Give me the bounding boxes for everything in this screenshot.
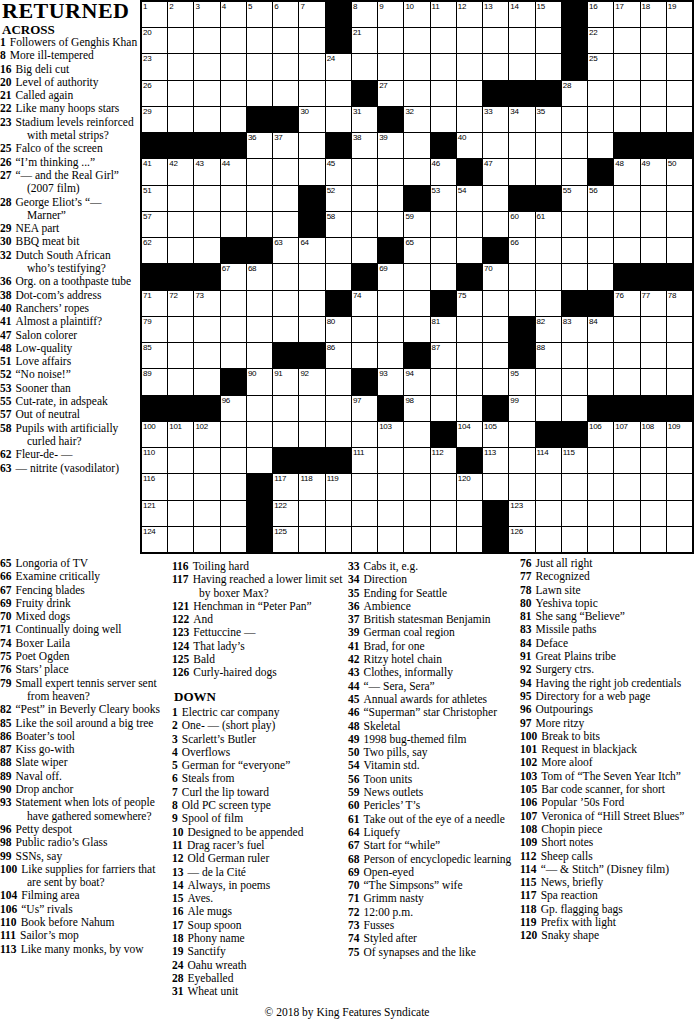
grid-cell[interactable] bbox=[614, 527, 639, 552]
grid-cell[interactable] bbox=[536, 291, 561, 316]
grid-cell[interactable] bbox=[509, 159, 534, 184]
grid-cell[interactable] bbox=[667, 28, 692, 53]
grid-cell[interactable] bbox=[588, 501, 613, 526]
grid-cell[interactable]: 38 bbox=[352, 133, 377, 158]
grid-cell[interactable]: 47 bbox=[483, 159, 508, 184]
grid-cell[interactable]: 11 bbox=[431, 2, 456, 27]
grid-cell[interactable] bbox=[667, 317, 692, 342]
grid-cell[interactable] bbox=[614, 369, 639, 394]
grid-cell[interactable] bbox=[614, 186, 639, 211]
grid-cell[interactable]: 57 bbox=[142, 212, 167, 237]
grid-cell[interactable]: 126 bbox=[509, 527, 534, 552]
grid-cell[interactable]: 93 bbox=[378, 369, 403, 394]
grid-cell[interactable] bbox=[431, 527, 456, 552]
grid-cell[interactable] bbox=[273, 159, 298, 184]
grid-cell[interactable] bbox=[457, 317, 482, 342]
grid-cell[interactable] bbox=[431, 107, 456, 132]
grid-cell[interactable] bbox=[509, 133, 534, 158]
grid-cell[interactable] bbox=[641, 238, 666, 263]
grid-cell[interactable] bbox=[168, 501, 193, 526]
grid-cell[interactable] bbox=[221, 107, 246, 132]
grid-cell[interactable] bbox=[614, 501, 639, 526]
grid-cell[interactable]: 65 bbox=[404, 238, 429, 263]
grid-cell[interactable] bbox=[562, 107, 587, 132]
grid-cell[interactable]: 9 bbox=[378, 2, 403, 27]
grid-cell[interactable] bbox=[614, 212, 639, 237]
grid-cell[interactable]: 60 bbox=[509, 212, 534, 237]
grid-cell[interactable] bbox=[299, 133, 324, 158]
grid-cell[interactable]: 121 bbox=[142, 501, 167, 526]
grid-cell[interactable]: 125 bbox=[273, 527, 298, 552]
grid-cell[interactable] bbox=[431, 501, 456, 526]
grid-cell[interactable] bbox=[667, 107, 692, 132]
grid-cell[interactable]: 97 bbox=[352, 396, 377, 421]
grid-cell[interactable] bbox=[614, 474, 639, 499]
grid-cell[interactable] bbox=[536, 396, 561, 421]
grid-cell[interactable] bbox=[326, 264, 351, 289]
grid-cell[interactable] bbox=[378, 186, 403, 211]
grid-cell[interactable]: 81 bbox=[431, 317, 456, 342]
grid-cell[interactable]: 62 bbox=[142, 238, 167, 263]
grid-cell[interactable] bbox=[588, 212, 613, 237]
grid-cell[interactable] bbox=[273, 422, 298, 447]
grid-cell[interactable] bbox=[509, 54, 534, 79]
grid-cell[interactable] bbox=[641, 448, 666, 473]
grid-cell[interactable] bbox=[404, 291, 429, 316]
grid-cell[interactable] bbox=[588, 343, 613, 368]
grid-cell[interactable] bbox=[168, 28, 193, 53]
grid-cell[interactable] bbox=[194, 186, 219, 211]
grid-cell[interactable] bbox=[378, 343, 403, 368]
grid-cell[interactable] bbox=[562, 238, 587, 263]
grid-cell[interactable] bbox=[457, 396, 482, 421]
grid-cell[interactable]: 70 bbox=[483, 264, 508, 289]
grid-cell[interactable] bbox=[562, 396, 587, 421]
grid-cell[interactable] bbox=[641, 343, 666, 368]
grid-cell[interactable]: 34 bbox=[509, 107, 534, 132]
grid-cell[interactable]: 91 bbox=[273, 369, 298, 394]
grid-cell[interactable] bbox=[483, 343, 508, 368]
grid-cell[interactable]: 117 bbox=[273, 474, 298, 499]
grid-cell[interactable] bbox=[168, 107, 193, 132]
grid-cell[interactable]: 29 bbox=[142, 107, 167, 132]
grid-cell[interactable] bbox=[641, 501, 666, 526]
grid-cell[interactable]: 2 bbox=[168, 2, 193, 27]
grid-cell[interactable] bbox=[431, 54, 456, 79]
grid-cell[interactable] bbox=[614, 54, 639, 79]
grid-cell[interactable]: 4 bbox=[221, 2, 246, 27]
grid-cell[interactable] bbox=[352, 159, 377, 184]
grid-cell[interactable]: 67 bbox=[221, 264, 246, 289]
grid-cell[interactable]: 90 bbox=[247, 369, 272, 394]
grid-cell[interactable]: 103 bbox=[378, 422, 403, 447]
grid-cell[interactable] bbox=[483, 54, 508, 79]
grid-cell[interactable]: 119 bbox=[326, 474, 351, 499]
grid-cell[interactable]: 69 bbox=[378, 264, 403, 289]
grid-cell[interactable] bbox=[378, 212, 403, 237]
grid-cell[interactable] bbox=[273, 291, 298, 316]
grid-cell[interactable] bbox=[273, 317, 298, 342]
grid-cell[interactable] bbox=[247, 28, 272, 53]
grid-cell[interactable]: 20 bbox=[142, 28, 167, 53]
grid-cell[interactable]: 50 bbox=[667, 159, 692, 184]
grid-cell[interactable] bbox=[352, 422, 377, 447]
grid-cell[interactable] bbox=[247, 448, 272, 473]
grid-cell[interactable] bbox=[273, 28, 298, 53]
grid-cell[interactable]: 88 bbox=[536, 343, 561, 368]
grid-cell[interactable] bbox=[457, 369, 482, 394]
grid-cell[interactable] bbox=[588, 133, 613, 158]
grid-cell[interactable] bbox=[614, 343, 639, 368]
grid-cell[interactable]: 16 bbox=[588, 2, 613, 27]
grid-cell[interactable] bbox=[588, 238, 613, 263]
grid-cell[interactable]: 109 bbox=[667, 422, 692, 447]
grid-cell[interactable] bbox=[299, 159, 324, 184]
grid-cell[interactable] bbox=[404, 133, 429, 158]
grid-cell[interactable] bbox=[536, 28, 561, 53]
grid-cell[interactable]: 49 bbox=[641, 159, 666, 184]
grid-cell[interactable] bbox=[641, 212, 666, 237]
grid-cell[interactable] bbox=[194, 317, 219, 342]
grid-cell[interactable] bbox=[221, 317, 246, 342]
grid-cell[interactable] bbox=[194, 81, 219, 106]
grid-cell[interactable] bbox=[509, 264, 534, 289]
grid-cell[interactable] bbox=[641, 186, 666, 211]
grid-cell[interactable]: 36 bbox=[247, 133, 272, 158]
grid-cell[interactable] bbox=[221, 54, 246, 79]
grid-cell[interactable] bbox=[299, 291, 324, 316]
grid-cell[interactable]: 63 bbox=[273, 238, 298, 263]
grid-cell[interactable] bbox=[562, 369, 587, 394]
grid-cell[interactable] bbox=[562, 474, 587, 499]
grid-cell[interactable] bbox=[247, 212, 272, 237]
grid-cell[interactable]: 77 bbox=[641, 291, 666, 316]
grid-cell[interactable] bbox=[588, 474, 613, 499]
grid-cell[interactable] bbox=[194, 527, 219, 552]
grid-cell[interactable] bbox=[168, 448, 193, 473]
grid-cell[interactable] bbox=[194, 28, 219, 53]
grid-cell[interactable] bbox=[667, 54, 692, 79]
grid-cell[interactable] bbox=[247, 54, 272, 79]
grid-cell[interactable] bbox=[483, 291, 508, 316]
grid-cell[interactable] bbox=[457, 54, 482, 79]
grid-cell[interactable] bbox=[536, 474, 561, 499]
grid-cell[interactable] bbox=[247, 159, 272, 184]
grid-cell[interactable] bbox=[614, 81, 639, 106]
grid-cell[interactable]: 27 bbox=[378, 81, 403, 106]
grid-cell[interactable]: 8 bbox=[352, 2, 377, 27]
grid-cell[interactable] bbox=[326, 107, 351, 132]
grid-cell[interactable]: 58 bbox=[326, 212, 351, 237]
grid-cell[interactable] bbox=[194, 54, 219, 79]
grid-cell[interactable] bbox=[221, 212, 246, 237]
grid-cell[interactable] bbox=[352, 317, 377, 342]
grid-cell[interactable] bbox=[562, 264, 587, 289]
grid-cell[interactable] bbox=[221, 501, 246, 526]
grid-cell[interactable] bbox=[247, 186, 272, 211]
grid-cell[interactable] bbox=[588, 81, 613, 106]
grid-cell[interactable] bbox=[483, 474, 508, 499]
grid-cell[interactable] bbox=[168, 212, 193, 237]
grid-cell[interactable] bbox=[299, 81, 324, 106]
grid-cell[interactable] bbox=[667, 369, 692, 394]
grid-cell[interactable]: 39 bbox=[378, 133, 403, 158]
grid-cell[interactable] bbox=[457, 81, 482, 106]
grid-cell[interactable] bbox=[404, 264, 429, 289]
grid-cell[interactable]: 72 bbox=[168, 291, 193, 316]
grid-cell[interactable] bbox=[247, 343, 272, 368]
grid-cell[interactable]: 41 bbox=[142, 159, 167, 184]
grid-cell[interactable] bbox=[168, 343, 193, 368]
grid-cell[interactable] bbox=[378, 54, 403, 79]
grid-cell[interactable] bbox=[614, 317, 639, 342]
grid-cell[interactable] bbox=[168, 527, 193, 552]
grid-cell[interactable] bbox=[431, 212, 456, 237]
grid-cell[interactable] bbox=[667, 212, 692, 237]
grid-cell[interactable]: 48 bbox=[614, 159, 639, 184]
grid-cell[interactable] bbox=[378, 501, 403, 526]
grid-cell[interactable] bbox=[483, 28, 508, 53]
grid-cell[interactable] bbox=[352, 474, 377, 499]
grid-cell[interactable] bbox=[221, 186, 246, 211]
grid-cell[interactable] bbox=[168, 81, 193, 106]
grid-cell[interactable]: 10 bbox=[404, 2, 429, 27]
grid-cell[interactable] bbox=[457, 107, 482, 132]
grid-cell[interactable]: 120 bbox=[457, 474, 482, 499]
grid-cell[interactable]: 74 bbox=[352, 291, 377, 316]
grid-cell[interactable] bbox=[404, 474, 429, 499]
grid-cell[interactable] bbox=[536, 238, 561, 263]
grid-cell[interactable] bbox=[667, 501, 692, 526]
grid-cell[interactable]: 32 bbox=[404, 107, 429, 132]
grid-cell[interactable] bbox=[352, 343, 377, 368]
grid-cell[interactable] bbox=[536, 501, 561, 526]
grid-cell[interactable]: 28 bbox=[562, 81, 587, 106]
grid-cell[interactable] bbox=[378, 28, 403, 53]
grid-cell[interactable] bbox=[641, 527, 666, 552]
grid-cell[interactable] bbox=[378, 448, 403, 473]
grid-cell[interactable]: 14 bbox=[509, 2, 534, 27]
grid-cell[interactable] bbox=[509, 422, 534, 447]
grid-cell[interactable] bbox=[483, 186, 508, 211]
grid-cell[interactable] bbox=[404, 422, 429, 447]
grid-cell[interactable] bbox=[562, 343, 587, 368]
grid-cell[interactable]: 56 bbox=[588, 186, 613, 211]
grid-cell[interactable] bbox=[667, 448, 692, 473]
grid-cell[interactable] bbox=[194, 448, 219, 473]
grid-cell[interactable] bbox=[247, 291, 272, 316]
grid-cell[interactable] bbox=[194, 212, 219, 237]
grid-cell[interactable]: 71 bbox=[142, 291, 167, 316]
grid-cell[interactable]: 76 bbox=[614, 291, 639, 316]
grid-cell[interactable]: 96 bbox=[221, 396, 246, 421]
grid-cell[interactable] bbox=[326, 238, 351, 263]
grid-cell[interactable] bbox=[299, 54, 324, 79]
grid-cell[interactable] bbox=[273, 186, 298, 211]
grid-cell[interactable]: 42 bbox=[168, 159, 193, 184]
grid-cell[interactable] bbox=[247, 422, 272, 447]
grid-cell[interactable]: 59 bbox=[404, 212, 429, 237]
grid-cell[interactable] bbox=[457, 238, 482, 263]
grid-cell[interactable] bbox=[457, 212, 482, 237]
grid-cell[interactable] bbox=[378, 159, 403, 184]
grid-cell[interactable] bbox=[457, 343, 482, 368]
grid-cell[interactable] bbox=[299, 396, 324, 421]
grid-cell[interactable] bbox=[221, 81, 246, 106]
grid-cell[interactable] bbox=[273, 396, 298, 421]
grid-cell[interactable] bbox=[273, 212, 298, 237]
grid-cell[interactable] bbox=[509, 448, 534, 473]
grid-cell[interactable] bbox=[641, 317, 666, 342]
grid-cell[interactable] bbox=[667, 343, 692, 368]
grid-cell[interactable] bbox=[431, 396, 456, 421]
grid-cell[interactable]: 24 bbox=[326, 54, 351, 79]
grid-cell[interactable]: 5 bbox=[247, 2, 272, 27]
grid-cell[interactable] bbox=[457, 501, 482, 526]
grid-cell[interactable] bbox=[168, 54, 193, 79]
grid-cell[interactable] bbox=[483, 317, 508, 342]
grid-cell[interactable] bbox=[194, 369, 219, 394]
grid-cell[interactable] bbox=[221, 448, 246, 473]
grid-cell[interactable]: 17 bbox=[614, 2, 639, 27]
grid-cell[interactable]: 113 bbox=[483, 448, 508, 473]
grid-cell[interactable]: 87 bbox=[431, 343, 456, 368]
grid-cell[interactable] bbox=[483, 133, 508, 158]
grid-cell[interactable] bbox=[614, 107, 639, 132]
grid-cell[interactable]: 75 bbox=[457, 291, 482, 316]
grid-cell[interactable]: 44 bbox=[221, 159, 246, 184]
grid-cell[interactable]: 118 bbox=[299, 474, 324, 499]
grid-cell[interactable] bbox=[168, 474, 193, 499]
grid-cell[interactable] bbox=[168, 186, 193, 211]
grid-cell[interactable] bbox=[562, 212, 587, 237]
grid-cell[interactable]: 83 bbox=[562, 317, 587, 342]
grid-cell[interactable]: 64 bbox=[299, 238, 324, 263]
grid-cell[interactable]: 86 bbox=[326, 343, 351, 368]
grid-cell[interactable] bbox=[641, 369, 666, 394]
grid-cell[interactable] bbox=[588, 527, 613, 552]
grid-cell[interactable] bbox=[326, 396, 351, 421]
grid-cell[interactable] bbox=[299, 317, 324, 342]
grid-cell[interactable]: 66 bbox=[509, 238, 534, 263]
grid-cell[interactable] bbox=[299, 28, 324, 53]
grid-cell[interactable] bbox=[273, 264, 298, 289]
grid-cell[interactable] bbox=[221, 527, 246, 552]
grid-cell[interactable] bbox=[431, 369, 456, 394]
grid-cell[interactable]: 100 bbox=[142, 422, 167, 447]
grid-cell[interactable] bbox=[247, 317, 272, 342]
grid-cell[interactable] bbox=[536, 527, 561, 552]
grid-cell[interactable]: 51 bbox=[142, 186, 167, 211]
grid-cell[interactable] bbox=[509, 28, 534, 53]
grid-cell[interactable] bbox=[194, 238, 219, 263]
grid-cell[interactable] bbox=[641, 28, 666, 53]
grid-cell[interactable] bbox=[168, 317, 193, 342]
grid-cell[interactable] bbox=[614, 28, 639, 53]
grid-cell[interactable] bbox=[641, 81, 666, 106]
grid-cell[interactable]: 3 bbox=[194, 2, 219, 27]
grid-cell[interactable]: 115 bbox=[562, 448, 587, 473]
grid-cell[interactable] bbox=[352, 501, 377, 526]
grid-cell[interactable]: 18 bbox=[641, 2, 666, 27]
grid-cell[interactable] bbox=[509, 474, 534, 499]
grid-cell[interactable] bbox=[221, 474, 246, 499]
grid-cell[interactable]: 52 bbox=[326, 186, 351, 211]
grid-cell[interactable]: 19 bbox=[667, 2, 692, 27]
grid-cell[interactable] bbox=[404, 28, 429, 53]
grid-cell[interactable]: 80 bbox=[326, 317, 351, 342]
grid-cell[interactable]: 94 bbox=[404, 369, 429, 394]
grid-cell[interactable]: 15 bbox=[536, 2, 561, 27]
grid-cell[interactable]: 84 bbox=[588, 317, 613, 342]
grid-cell[interactable]: 104 bbox=[457, 422, 482, 447]
grid-cell[interactable] bbox=[562, 501, 587, 526]
grid-cell[interactable] bbox=[168, 238, 193, 263]
grid-cell[interactable]: 101 bbox=[168, 422, 193, 447]
grid-cell[interactable] bbox=[326, 369, 351, 394]
grid-cell[interactable] bbox=[194, 474, 219, 499]
grid-cell[interactable]: 92 bbox=[299, 369, 324, 394]
grid-cell[interactable] bbox=[509, 291, 534, 316]
grid-cell[interactable]: 79 bbox=[142, 317, 167, 342]
grid-cell[interactable] bbox=[483, 212, 508, 237]
grid-cell[interactable]: 105 bbox=[483, 422, 508, 447]
grid-cell[interactable]: 45 bbox=[326, 159, 351, 184]
grid-cell[interactable] bbox=[194, 501, 219, 526]
grid-cell[interactable] bbox=[614, 238, 639, 263]
grid-cell[interactable] bbox=[483, 369, 508, 394]
grid-cell[interactable] bbox=[536, 369, 561, 394]
grid-cell[interactable]: 13 bbox=[483, 2, 508, 27]
grid-cell[interactable] bbox=[352, 527, 377, 552]
grid-cell[interactable] bbox=[536, 159, 561, 184]
grid-cell[interactable] bbox=[667, 238, 692, 263]
grid-cell[interactable] bbox=[299, 264, 324, 289]
grid-cell[interactable] bbox=[457, 28, 482, 53]
grid-cell[interactable] bbox=[431, 238, 456, 263]
grid-cell[interactable]: 73 bbox=[194, 291, 219, 316]
grid-cell[interactable]: 116 bbox=[142, 474, 167, 499]
grid-cell[interactable]: 12 bbox=[457, 2, 482, 27]
grid-cell[interactable] bbox=[562, 159, 587, 184]
grid-cell[interactable] bbox=[588, 369, 613, 394]
grid-cell[interactable] bbox=[273, 54, 298, 79]
grid-cell[interactable]: 99 bbox=[509, 396, 534, 421]
grid-cell[interactable] bbox=[194, 107, 219, 132]
grid-cell[interactable]: 21 bbox=[352, 28, 377, 53]
grid-cell[interactable] bbox=[536, 264, 561, 289]
grid-cell[interactable]: 68 bbox=[247, 264, 272, 289]
grid-cell[interactable] bbox=[667, 186, 692, 211]
grid-cell[interactable] bbox=[221, 291, 246, 316]
grid-cell[interactable] bbox=[247, 81, 272, 106]
grid-cell[interactable] bbox=[562, 133, 587, 158]
grid-cell[interactable] bbox=[404, 54, 429, 79]
grid-cell[interactable] bbox=[378, 474, 403, 499]
grid-cell[interactable]: 26 bbox=[142, 81, 167, 106]
grid-cell[interactable] bbox=[641, 474, 666, 499]
grid-cell[interactable] bbox=[641, 54, 666, 79]
grid-cell[interactable] bbox=[404, 159, 429, 184]
grid-cell[interactable]: 98 bbox=[404, 396, 429, 421]
grid-cell[interactable] bbox=[194, 343, 219, 368]
grid-cell[interactable] bbox=[221, 28, 246, 53]
grid-cell[interactable] bbox=[404, 317, 429, 342]
grid-cell[interactable] bbox=[536, 54, 561, 79]
grid-cell[interactable] bbox=[614, 448, 639, 473]
grid-cell[interactable] bbox=[273, 81, 298, 106]
grid-cell[interactable] bbox=[404, 527, 429, 552]
